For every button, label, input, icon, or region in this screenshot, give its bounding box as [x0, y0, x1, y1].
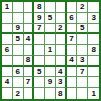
cell-r5c7[interactable]	[67, 45, 78, 56]
cell-r9c3[interactable]	[24, 88, 35, 99]
cell-r6c1[interactable]	[2, 56, 13, 67]
cell-r8c1: 4	[2, 77, 13, 88]
cell-r6c5[interactable]	[45, 56, 56, 67]
cell-r3c7[interactable]	[67, 24, 78, 35]
cell-r2c2[interactable]	[13, 13, 24, 24]
cell-r8c2[interactable]	[13, 77, 24, 88]
cell-r7c8: 7	[77, 67, 88, 78]
cell-r3c6: 2	[56, 24, 67, 35]
cell-r8c7[interactable]	[67, 77, 78, 88]
cell-r1c4: 8	[34, 2, 45, 13]
cell-r5c3[interactable]	[24, 45, 35, 56]
cell-r4c9[interactable]	[88, 34, 99, 45]
cell-r9c2: 2	[13, 88, 24, 99]
cell-r1c6[interactable]	[56, 2, 67, 13]
cell-r5c5: 1	[45, 45, 56, 56]
cell-r4c5[interactable]	[45, 34, 56, 45]
cell-r7c6: 4	[56, 67, 67, 78]
cell-r8c4[interactable]	[34, 77, 45, 88]
cell-r1c9[interactable]	[88, 2, 99, 13]
sudoku-board: 1829563972554761884365474793281	[0, 0, 101, 101]
cell-r4c1[interactable]	[2, 34, 13, 45]
cell-r3c8: 5	[77, 24, 88, 35]
cell-r3c2: 9	[13, 24, 24, 35]
cell-r4c6[interactable]	[56, 34, 67, 45]
cell-r1c2[interactable]	[13, 2, 24, 13]
cell-r8c6: 3	[56, 77, 67, 88]
cell-r3c1[interactable]	[2, 24, 13, 35]
cell-r5c6[interactable]	[56, 45, 67, 56]
cell-r2c5: 5	[45, 13, 56, 24]
cell-r2c4: 9	[34, 13, 45, 24]
cell-r5c2[interactable]	[13, 45, 24, 56]
cell-r1c7[interactable]	[67, 2, 78, 13]
cell-r5c8[interactable]	[77, 45, 88, 56]
cell-r5c4[interactable]	[34, 45, 45, 56]
cell-r6c2[interactable]	[13, 56, 24, 67]
cell-r4c2: 5	[13, 34, 24, 45]
cell-r3c4: 7	[34, 24, 45, 35]
cell-r9c9: 1	[88, 88, 99, 99]
cell-r6c6[interactable]	[56, 56, 67, 67]
cell-r2c7: 6	[67, 13, 78, 24]
cell-r8c8[interactable]	[77, 77, 88, 88]
cell-r2c9: 3	[88, 13, 99, 24]
cell-r4c4[interactable]	[34, 34, 45, 45]
cell-r7c2: 6	[13, 67, 24, 78]
cell-r2c3[interactable]	[24, 13, 35, 24]
cell-r4c7: 7	[67, 34, 78, 45]
cell-r4c8[interactable]	[77, 34, 88, 45]
cell-r8c3: 7	[24, 77, 35, 88]
cell-r3c3[interactable]	[24, 24, 35, 35]
cell-r5c9: 8	[88, 45, 99, 56]
cell-r9c1[interactable]	[2, 88, 13, 99]
cell-r7c3[interactable]	[24, 67, 35, 78]
cell-r9c5[interactable]	[45, 88, 56, 99]
cell-r1c8: 2	[77, 2, 88, 13]
cell-r7c4: 5	[34, 67, 45, 78]
cell-r9c7[interactable]	[67, 88, 78, 99]
cell-r7c5[interactable]	[45, 67, 56, 78]
cell-r9c8[interactable]	[77, 88, 88, 99]
cell-r6c7: 4	[67, 56, 78, 67]
cell-r7c9[interactable]	[88, 67, 99, 78]
cell-r7c7[interactable]	[67, 67, 78, 78]
cell-r5c1: 6	[2, 45, 13, 56]
cell-r8c9[interactable]	[88, 77, 99, 88]
cell-r9c6: 8	[56, 88, 67, 99]
cell-r3c5[interactable]	[45, 24, 56, 35]
cell-r6c8: 3	[77, 56, 88, 67]
cell-r1c3[interactable]	[24, 2, 35, 13]
cell-r9c4[interactable]	[34, 88, 45, 99]
cell-r6c4[interactable]	[34, 56, 45, 67]
cell-r2c6[interactable]	[56, 13, 67, 24]
cell-r4c3: 4	[24, 34, 35, 45]
cell-r7c1[interactable]	[2, 67, 13, 78]
cell-r6c3: 8	[24, 56, 35, 67]
cell-r2c8[interactable]	[77, 13, 88, 24]
cell-r1c1: 1	[2, 2, 13, 13]
cell-r1c5[interactable]	[45, 2, 56, 13]
cell-r8c5: 9	[45, 77, 56, 88]
cell-r2c1[interactable]	[2, 13, 13, 24]
cell-r6c9[interactable]	[88, 56, 99, 67]
cell-r3c9[interactable]	[88, 24, 99, 35]
